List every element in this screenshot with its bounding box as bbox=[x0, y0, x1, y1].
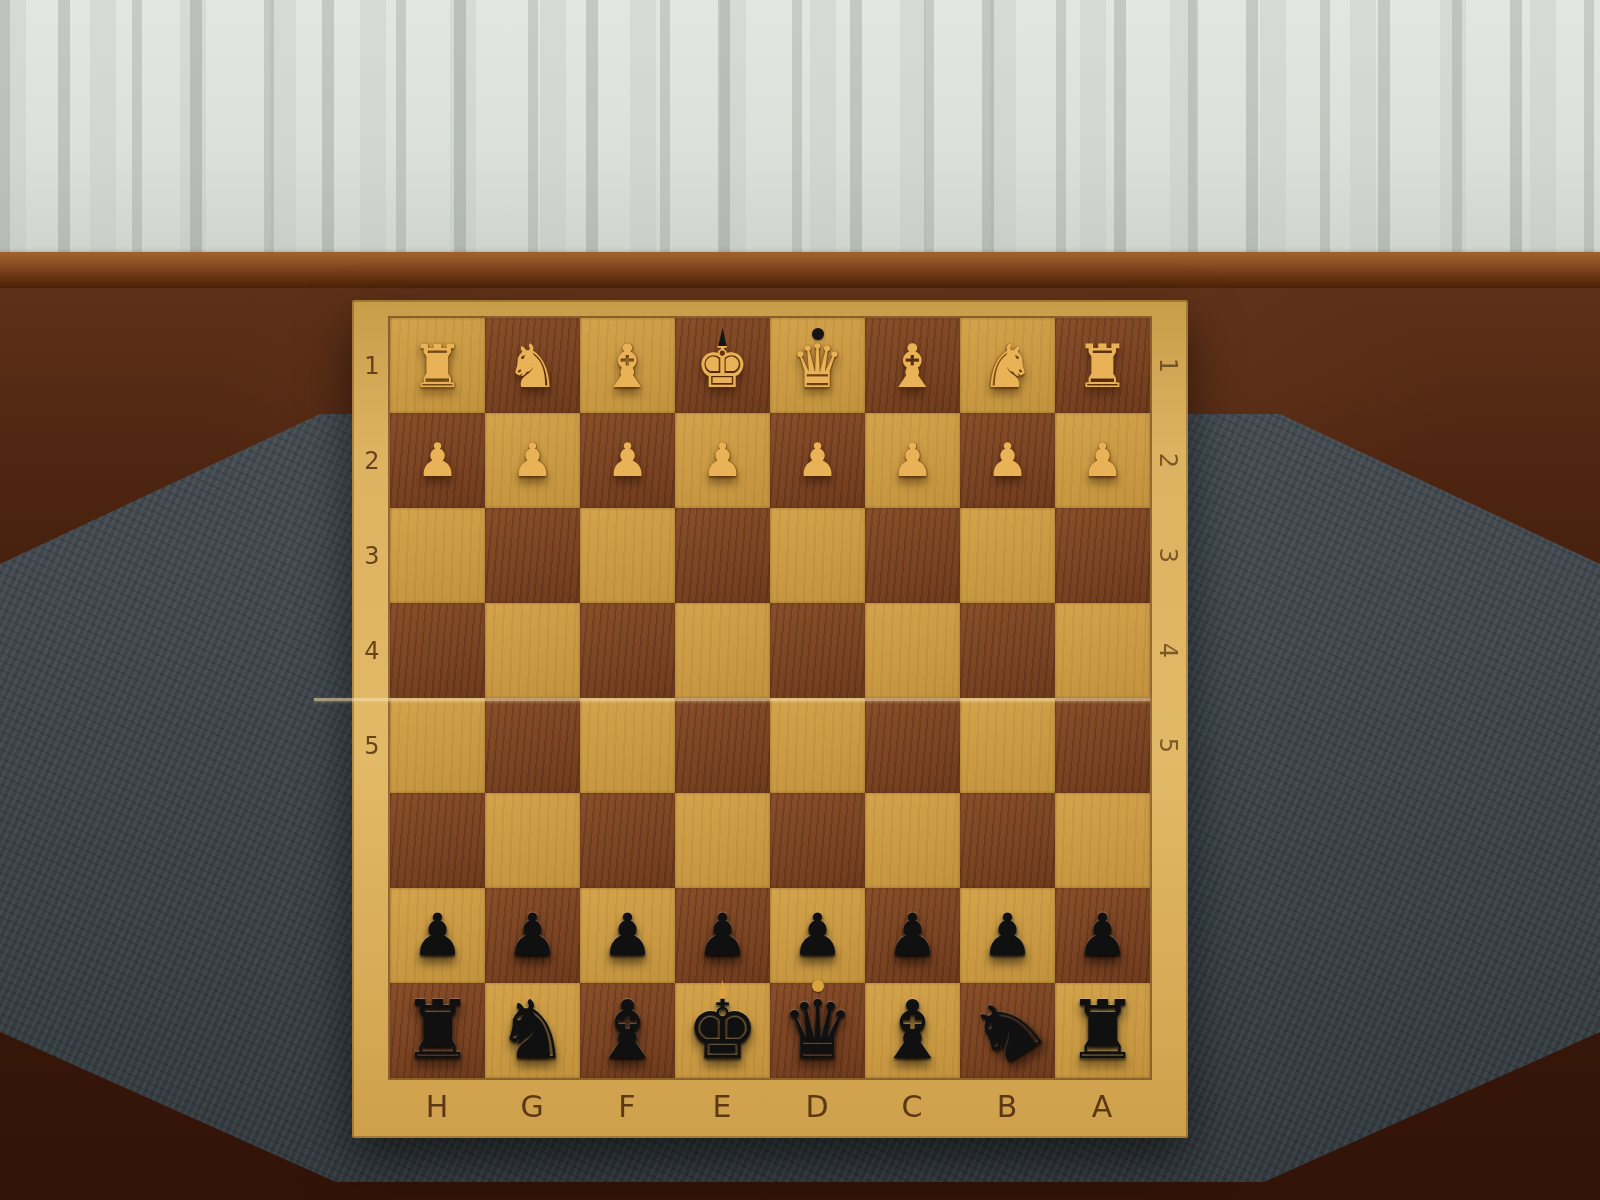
rank-label-right-8 bbox=[1121, 1016, 1216, 1046]
finial-ball-icon bbox=[812, 328, 824, 340]
piece-black-rook[interactable]: ♜ bbox=[390, 983, 485, 1078]
piece-white-pawn[interactable]: ♟ bbox=[960, 413, 1055, 508]
square-d1[interactable]: ♛ bbox=[770, 318, 865, 413]
rank-label-right-3: 3 bbox=[1121, 541, 1216, 571]
square-d2[interactable]: ♟ bbox=[770, 413, 865, 508]
square-b3[interactable] bbox=[960, 508, 1055, 603]
square-d6[interactable] bbox=[770, 793, 865, 888]
square-g1[interactable]: ♞ bbox=[485, 318, 580, 413]
square-b4[interactable] bbox=[960, 603, 1055, 698]
file-labels: H G F E D C B A bbox=[390, 1089, 1150, 1124]
square-c3[interactable] bbox=[865, 508, 960, 603]
window-sill-rail bbox=[0, 252, 1600, 288]
square-f2[interactable]: ♟ bbox=[580, 413, 675, 508]
rank-labels-left: 1 2 3 4 5 bbox=[357, 318, 387, 1078]
square-e5[interactable] bbox=[675, 698, 770, 793]
curtain-background bbox=[0, 0, 1600, 256]
piece-black-knight[interactable]: ♞ bbox=[485, 983, 580, 1078]
piece-white-pawn[interactable]: ♟ bbox=[865, 413, 960, 508]
square-g8[interactable]: ♞ bbox=[485, 983, 580, 1078]
piece-white-pawn[interactable]: ♟ bbox=[675, 413, 770, 508]
square-c1[interactable]: ♝ bbox=[865, 318, 960, 413]
square-d4[interactable] bbox=[770, 603, 865, 698]
piece-black-pawn[interactable]: ♟ bbox=[865, 888, 960, 983]
piece-black-bishop[interactable]: ♝ bbox=[865, 983, 960, 1078]
square-b2[interactable]: ♟ bbox=[960, 413, 1055, 508]
square-c2[interactable]: ♟ bbox=[865, 413, 960, 508]
square-g4[interactable] bbox=[485, 603, 580, 698]
square-e8[interactable]: ♚ bbox=[675, 983, 770, 1078]
square-d7[interactable]: ♟ bbox=[770, 888, 865, 983]
file-label-d: D bbox=[770, 1089, 865, 1124]
square-f7[interactable]: ♟ bbox=[580, 888, 675, 983]
piece-black-pawn[interactable]: ♟ bbox=[675, 888, 770, 983]
rank-label-left-3: 3 bbox=[357, 508, 387, 603]
square-f5[interactable] bbox=[580, 698, 675, 793]
square-h5[interactable] bbox=[390, 698, 485, 793]
piece-black-queen[interactable]: ♛ bbox=[770, 983, 865, 1078]
rank-label-right-5: 5 bbox=[1121, 731, 1216, 761]
square-g6[interactable] bbox=[485, 793, 580, 888]
square-e3[interactable] bbox=[675, 508, 770, 603]
square-e2[interactable]: ♟ bbox=[675, 413, 770, 508]
chess-photo-scene: ♜♞♝♚♛♝♞♜♟♟♟♟♟♟♟♟♟♟♟♟♟♟♟♟♜♞♝♚♛♝♞♜ H G F E… bbox=[0, 0, 1600, 1200]
square-g7[interactable]: ♟ bbox=[485, 888, 580, 983]
square-c6[interactable] bbox=[865, 793, 960, 888]
square-h3[interactable] bbox=[390, 508, 485, 603]
piece-white-rook[interactable]: ♜ bbox=[390, 318, 485, 413]
square-e1[interactable]: ♚ bbox=[675, 318, 770, 413]
piece-white-knight[interactable]: ♞ bbox=[485, 318, 580, 413]
rank-label-left-1: 1 bbox=[357, 318, 387, 413]
piece-white-pawn[interactable]: ♟ bbox=[485, 413, 580, 508]
file-label-b: B bbox=[960, 1089, 1055, 1124]
rank-label-left-4: 4 bbox=[357, 603, 387, 698]
piece-white-pawn[interactable]: ♟ bbox=[580, 413, 675, 508]
file-label-c: C bbox=[865, 1089, 960, 1124]
square-c4[interactable] bbox=[865, 603, 960, 698]
rank-label-right-4: 4 bbox=[1121, 636, 1216, 666]
piece-black-pawn[interactable]: ♟ bbox=[770, 888, 865, 983]
rank-label-right-6 bbox=[1121, 826, 1216, 856]
file-label-a: A bbox=[1055, 1089, 1150, 1124]
rank-label-right-1: 1 bbox=[1121, 351, 1216, 381]
square-b8[interactable]: ♞ bbox=[960, 983, 1055, 1078]
square-g5[interactable] bbox=[485, 698, 580, 793]
square-c5[interactable] bbox=[865, 698, 960, 793]
square-e6[interactable] bbox=[675, 793, 770, 888]
piece-black-pawn[interactable]: ♟ bbox=[960, 888, 1055, 983]
square-f6[interactable] bbox=[580, 793, 675, 888]
piece-white-bishop[interactable]: ♝ bbox=[865, 318, 960, 413]
finial-ball-icon bbox=[812, 980, 824, 992]
piece-white-bishop[interactable]: ♝ bbox=[580, 318, 675, 413]
piece-white-pawn[interactable]: ♟ bbox=[770, 413, 865, 508]
square-h6[interactable] bbox=[390, 793, 485, 888]
piece-white-knight[interactable]: ♞ bbox=[960, 318, 1055, 413]
square-e4[interactable] bbox=[675, 603, 770, 698]
square-h2[interactable]: ♟ bbox=[390, 413, 485, 508]
rank-label-left-8 bbox=[357, 983, 387, 1078]
square-g2[interactable]: ♟ bbox=[485, 413, 580, 508]
board-grid: ♜♞♝♚♛♝♞♜♟♟♟♟♟♟♟♟♟♟♟♟♟♟♟♟♜♞♝♚♛♝♞♜ bbox=[390, 318, 1150, 1078]
square-c8[interactable]: ♝ bbox=[865, 983, 960, 1078]
file-label-e: E bbox=[675, 1089, 770, 1124]
square-c7[interactable]: ♟ bbox=[865, 888, 960, 983]
square-h4[interactable] bbox=[390, 603, 485, 698]
file-label-g: G bbox=[485, 1089, 580, 1124]
square-d5[interactable] bbox=[770, 698, 865, 793]
square-f3[interactable] bbox=[580, 508, 675, 603]
piece-black-pawn[interactable]: ♟ bbox=[485, 888, 580, 983]
rank-label-right-2: 2 bbox=[1121, 446, 1216, 476]
piece-black-bishop[interactable]: ♝ bbox=[580, 983, 675, 1078]
square-g3[interactable] bbox=[485, 508, 580, 603]
rank-label-left-6 bbox=[357, 793, 387, 888]
square-h8[interactable]: ♜ bbox=[390, 983, 485, 1078]
rank-label-left-2: 2 bbox=[357, 413, 387, 508]
rank-label-left-7 bbox=[357, 888, 387, 983]
square-b7[interactable]: ♟ bbox=[960, 888, 1055, 983]
square-d8[interactable]: ♛ bbox=[770, 983, 865, 1078]
square-f4[interactable] bbox=[580, 603, 675, 698]
file-label-h: H bbox=[390, 1089, 485, 1124]
piece-black-knight[interactable]: ♞ bbox=[942, 965, 1073, 1096]
square-b5[interactable] bbox=[960, 698, 1055, 793]
square-b1[interactable]: ♞ bbox=[960, 318, 1055, 413]
square-f1[interactable]: ♝ bbox=[580, 318, 675, 413]
rank-label-left-5: 5 bbox=[357, 698, 387, 793]
square-h1[interactable]: ♜ bbox=[390, 318, 485, 413]
square-f8[interactable]: ♝ bbox=[580, 983, 675, 1078]
piece-black-pawn[interactable]: ♟ bbox=[580, 888, 675, 983]
square-e7[interactable]: ♟ bbox=[675, 888, 770, 983]
square-h7[interactable]: ♟ bbox=[390, 888, 485, 983]
square-d3[interactable] bbox=[770, 508, 865, 603]
chess-board: ♜♞♝♚♛♝♞♜♟♟♟♟♟♟♟♟♟♟♟♟♟♟♟♟♜♞♝♚♛♝♞♜ H G F E… bbox=[352, 300, 1188, 1138]
square-b6[interactable] bbox=[960, 793, 1055, 888]
piece-white-pawn[interactable]: ♟ bbox=[390, 413, 485, 508]
piece-black-pawn[interactable]: ♟ bbox=[390, 888, 485, 983]
rank-labels-right: 1 2 3 4 5 bbox=[1153, 318, 1183, 1078]
rank-label-right-7 bbox=[1121, 921, 1216, 951]
file-label-f: F bbox=[580, 1089, 675, 1124]
